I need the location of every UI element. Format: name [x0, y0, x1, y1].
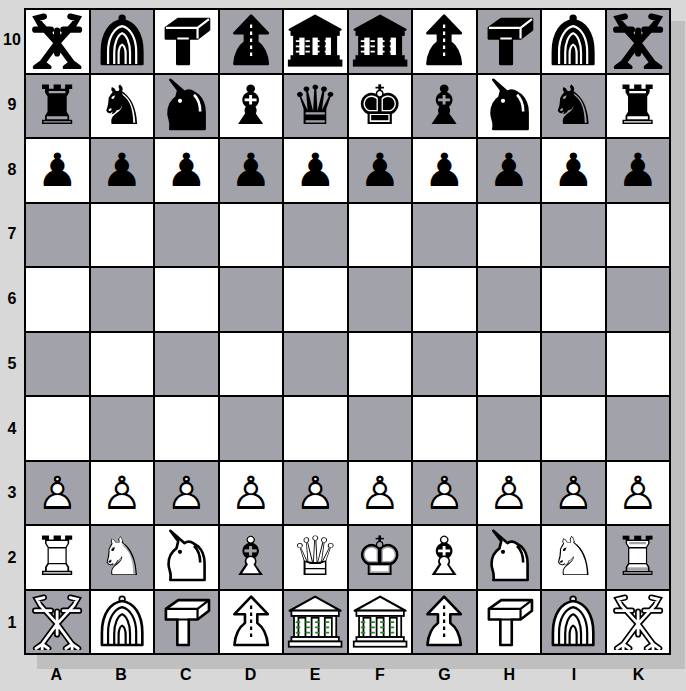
square-F9[interactable]: ♚: [349, 75, 412, 138]
piece-black-pawn: ♟: [26, 139, 89, 202]
square-E9[interactable]: ♛: [284, 75, 347, 138]
square-B5[interactable]: [91, 333, 154, 396]
square-C4[interactable]: [155, 397, 218, 460]
glyph: ♝: [420, 79, 468, 133]
piece-black-rook: ♜: [607, 75, 670, 138]
game-window: ♜♞♝♛♚♝♞♜♟♟♟♟♟♟♟♟♟♟♟♙♟♙♟♙♟♙♟♙♟♙♟♙♟♙♟♙♟♙♜♖…: [0, 0, 686, 691]
game-board: ♜♞♝♛♚♝♞♜♟♟♟♟♟♟♟♟♟♟♟♙♟♙♟♙♟♙♟♙♟♙♟♙♟♙♟♙♟♙♜♖…: [24, 8, 671, 655]
piece-black-pawn: ♟: [542, 139, 605, 202]
glyph: ♟: [101, 147, 142, 193]
piece-black-pawn: ♟: [220, 139, 283, 202]
square-D1[interactable]: [220, 591, 283, 654]
piece-white-hammer: [481, 594, 537, 650]
square-K5[interactable]: [607, 333, 670, 396]
square-B8[interactable]: ♟: [91, 139, 154, 202]
piece-white-rook: ♜♖: [26, 526, 89, 589]
square-K1[interactable]: [607, 591, 670, 654]
piece-white-knight: ♞♘: [91, 526, 154, 589]
square-F1[interactable]: [349, 591, 412, 654]
square-H10[interactable]: [478, 10, 541, 73]
rank-label-3: 3: [0, 461, 24, 526]
piece-white-king: ♚♔: [349, 526, 412, 589]
piece-white-temple: [287, 594, 343, 650]
glyph: ♟: [166, 147, 207, 193]
piece-black-knight: ♞: [91, 75, 154, 138]
square-B6[interactable]: [91, 268, 154, 331]
square-E2[interactable]: ♛♕: [284, 526, 347, 589]
file-label-A: A: [24, 662, 89, 688]
glyph: ♟: [553, 147, 594, 193]
square-K3[interactable]: ♟♙: [607, 462, 670, 525]
square-K7[interactable]: [607, 204, 670, 267]
piece-white-hammer: [158, 594, 214, 650]
square-C3[interactable]: ♟♙: [155, 462, 218, 525]
square-A5[interactable]: [26, 333, 89, 396]
square-G7[interactable]: [413, 204, 476, 267]
piece-black-pawn: ♟: [284, 139, 347, 202]
glyph: ♟: [359, 147, 400, 193]
square-G9[interactable]: ♝: [413, 75, 476, 138]
square-H4[interactable]: [478, 397, 541, 460]
glyph-outline: ♕: [291, 530, 339, 584]
piece-white-knight: ♞♘: [542, 526, 605, 589]
glyph: ♚: [356, 79, 404, 133]
file-label-H: H: [477, 662, 542, 688]
square-B4[interactable]: [91, 397, 154, 460]
square-G3[interactable]: ♟♙: [413, 462, 476, 525]
rank-label-1: 1: [0, 590, 24, 655]
square-A2[interactable]: ♜♖: [26, 526, 89, 589]
square-B9[interactable]: ♞: [91, 75, 154, 138]
square-I8[interactable]: ♟: [542, 139, 605, 202]
piece-white-rook: ♜♖: [607, 526, 670, 589]
piece-black-arch: [94, 13, 150, 69]
glyph: ♜: [33, 79, 81, 133]
square-A7[interactable]: [26, 204, 89, 267]
rank-label-5: 5: [0, 331, 24, 396]
piece-white-queen: ♛♕: [284, 526, 347, 589]
square-A10[interactable]: [26, 10, 89, 73]
square-A8[interactable]: ♟: [26, 139, 89, 202]
piece-black-temple: [287, 13, 343, 69]
piece-black-temple: [352, 13, 408, 69]
glyph-outline: ♙: [488, 470, 529, 516]
square-D2[interactable]: ♝♗: [220, 526, 283, 589]
piece-white-pawn: ♟♙: [155, 462, 218, 525]
glyph-outline: ♘: [549, 530, 597, 584]
square-K4[interactable]: [607, 397, 670, 460]
piece-black-eagle: [29, 13, 85, 69]
file-label-F: F: [347, 662, 412, 688]
glyph: ♞: [98, 79, 146, 133]
file-label-B: B: [89, 662, 154, 688]
piece-white-pawn: ♟♙: [26, 462, 89, 525]
rank-label-10: 10: [0, 8, 24, 73]
square-B10[interactable]: [91, 10, 154, 73]
glyph-outline: ♙: [424, 470, 465, 516]
piece-white-arch: [94, 594, 150, 650]
piece-black-arrow: [416, 13, 472, 69]
piece-black-pawn: ♟: [91, 139, 154, 202]
piece-white-unicorn: [158, 529, 214, 585]
piece-white-unicorn: [481, 529, 537, 585]
glyph-outline: ♙: [295, 470, 336, 516]
glyph-outline: ♙: [230, 470, 271, 516]
file-label-C: C: [153, 662, 218, 688]
square-H6[interactable]: [478, 268, 541, 331]
square-C2[interactable]: [155, 526, 218, 589]
square-F4[interactable]: [349, 397, 412, 460]
piece-black-rook: ♜: [26, 75, 89, 138]
square-D6[interactable]: [220, 268, 283, 331]
square-E8[interactable]: ♟: [284, 139, 347, 202]
rank-label-7: 7: [0, 202, 24, 267]
square-E10[interactable]: [284, 10, 347, 73]
square-C7[interactable]: [155, 204, 218, 267]
square-D9[interactable]: ♝: [220, 75, 283, 138]
piece-black-hammer: [158, 13, 214, 69]
glyph: ♟: [37, 147, 78, 193]
glyph: ♟: [488, 147, 529, 193]
piece-black-queen: ♛: [284, 75, 347, 138]
glyph-outline: ♗: [227, 530, 275, 584]
square-G5[interactable]: [413, 333, 476, 396]
file-label-K: K: [606, 662, 671, 688]
square-D8[interactable]: ♟: [220, 139, 283, 202]
square-H1[interactable]: [478, 591, 541, 654]
piece-black-unicorn: [158, 78, 214, 134]
square-B3[interactable]: ♟♙: [91, 462, 154, 525]
file-label-I: I: [542, 662, 607, 688]
glyph-outline: ♙: [359, 470, 400, 516]
square-C10[interactable]: [155, 10, 218, 73]
glyph: ♞: [549, 79, 597, 133]
glyph-outline: ♖: [33, 530, 81, 584]
square-G10[interactable]: [413, 10, 476, 73]
square-G2[interactable]: ♝♗: [413, 526, 476, 589]
square-B2[interactable]: ♞♘: [91, 526, 154, 589]
square-H8[interactable]: ♟: [478, 139, 541, 202]
piece-white-eagle: [29, 594, 85, 650]
piece-white-temple: [352, 594, 408, 650]
glyph-outline: ♙: [617, 470, 658, 516]
square-G1[interactable]: [413, 591, 476, 654]
glyph-outline: ♘: [98, 530, 146, 584]
piece-white-pawn: ♟♙: [91, 462, 154, 525]
square-F8[interactable]: ♟: [349, 139, 412, 202]
square-F5[interactable]: [349, 333, 412, 396]
square-K8[interactable]: ♟: [607, 139, 670, 202]
glyph: ♟: [295, 147, 336, 193]
rank-label-9: 9: [0, 73, 24, 138]
piece-black-pawn: ♟: [349, 139, 412, 202]
rank-label-2: 2: [0, 526, 24, 591]
piece-black-arrow: [223, 13, 279, 69]
glyph-outline: ♙: [553, 470, 594, 516]
glyph: ♟: [230, 147, 271, 193]
square-K9[interactable]: ♜: [607, 75, 670, 138]
square-E5[interactable]: [284, 333, 347, 396]
square-H5[interactable]: [478, 333, 541, 396]
square-I3[interactable]: ♟♙: [542, 462, 605, 525]
piece-black-knight: ♞: [542, 75, 605, 138]
glyph-outline: ♙: [37, 470, 78, 516]
square-I4[interactable]: [542, 397, 605, 460]
glyph: ♟: [424, 147, 465, 193]
piece-white-arch: [545, 594, 601, 650]
glyph-outline: ♙: [101, 470, 142, 516]
square-D4[interactable]: [220, 397, 283, 460]
file-label-G: G: [412, 662, 477, 688]
rank-labels: 10987654321: [0, 8, 24, 655]
square-F7[interactable]: [349, 204, 412, 267]
square-H7[interactable]: [478, 204, 541, 267]
square-C9[interactable]: [155, 75, 218, 138]
square-G4[interactable]: [413, 397, 476, 460]
square-A6[interactable]: [26, 268, 89, 331]
rank-label-6: 6: [0, 267, 24, 332]
square-D3[interactable]: ♟♙: [220, 462, 283, 525]
piece-white-pawn: ♟♙: [607, 462, 670, 525]
piece-black-bishop: ♝: [413, 75, 476, 138]
file-label-D: D: [218, 662, 283, 688]
square-A3[interactable]: ♟♙: [26, 462, 89, 525]
piece-white-bishop: ♝♗: [220, 526, 283, 589]
square-I1[interactable]: [542, 591, 605, 654]
piece-black-pawn: ♟: [413, 139, 476, 202]
piece-black-pawn: ♟: [478, 139, 541, 202]
piece-black-pawn: ♟: [607, 139, 670, 202]
square-B7[interactable]: [91, 204, 154, 267]
square-E1[interactable]: [284, 591, 347, 654]
piece-white-pawn: ♟♙: [220, 462, 283, 525]
square-I7[interactable]: [542, 204, 605, 267]
glyph-outline: ♖: [614, 530, 662, 584]
glyph: ♛: [291, 79, 339, 133]
piece-white-pawn: ♟♙: [349, 462, 412, 525]
piece-white-arrow: [416, 594, 472, 650]
glyph: ♜: [614, 79, 662, 133]
piece-white-pawn: ♟♙: [478, 462, 541, 525]
square-A9[interactable]: ♜: [26, 75, 89, 138]
piece-black-pawn: ♟: [155, 139, 218, 202]
glyph-outline: ♔: [356, 530, 404, 584]
square-E7[interactable]: [284, 204, 347, 267]
file-label-E: E: [283, 662, 348, 688]
rank-label-8: 8: [0, 137, 24, 202]
square-C8[interactable]: ♟: [155, 139, 218, 202]
piece-white-arrow: [223, 594, 279, 650]
square-I10[interactable]: [542, 10, 605, 73]
piece-black-unicorn: [481, 78, 537, 134]
square-I6[interactable]: [542, 268, 605, 331]
glyph: ♝: [227, 79, 275, 133]
square-E6[interactable]: [284, 268, 347, 331]
square-K10[interactable]: [607, 10, 670, 73]
file-labels: ABCDEFGHIK: [24, 662, 671, 688]
piece-black-king: ♚: [349, 75, 412, 138]
square-C1[interactable]: [155, 591, 218, 654]
square-E4[interactable]: [284, 397, 347, 460]
square-A1[interactable]: [26, 591, 89, 654]
square-G8[interactable]: ♟: [413, 139, 476, 202]
piece-black-eagle: [610, 13, 666, 69]
glyph-outline: ♙: [166, 470, 207, 516]
square-D5[interactable]: [220, 333, 283, 396]
square-F10[interactable]: [349, 10, 412, 73]
square-A4[interactable]: [26, 397, 89, 460]
square-I2[interactable]: ♞♘: [542, 526, 605, 589]
piece-black-hammer: [481, 13, 537, 69]
square-H9[interactable]: [478, 75, 541, 138]
square-D7[interactable]: [220, 204, 283, 267]
square-I5[interactable]: [542, 333, 605, 396]
piece-white-eagle: [610, 594, 666, 650]
square-E3[interactable]: ♟♙: [284, 462, 347, 525]
piece-white-bishop: ♝♗: [413, 526, 476, 589]
square-H2[interactable]: [478, 526, 541, 589]
piece-black-bishop: ♝: [220, 75, 283, 138]
piece-white-pawn: ♟♙: [413, 462, 476, 525]
square-B1[interactable]: [91, 591, 154, 654]
square-H3[interactable]: ♟♙: [478, 462, 541, 525]
piece-white-pawn: ♟♙: [284, 462, 347, 525]
square-F6[interactable]: [349, 268, 412, 331]
square-I9[interactable]: ♞: [542, 75, 605, 138]
square-C6[interactable]: [155, 268, 218, 331]
glyph: ♟: [617, 147, 658, 193]
piece-white-pawn: ♟♙: [542, 462, 605, 525]
rank-label-4: 4: [0, 396, 24, 461]
square-F2[interactable]: ♚♔: [349, 526, 412, 589]
square-D10[interactable]: [220, 10, 283, 73]
piece-black-arch: [545, 13, 601, 69]
square-K6[interactable]: [607, 268, 670, 331]
glyph-outline: ♗: [420, 530, 468, 584]
square-K2[interactable]: ♜♖: [607, 526, 670, 589]
square-F3[interactable]: ♟♙: [349, 462, 412, 525]
square-G6[interactable]: [413, 268, 476, 331]
square-C5[interactable]: [155, 333, 218, 396]
